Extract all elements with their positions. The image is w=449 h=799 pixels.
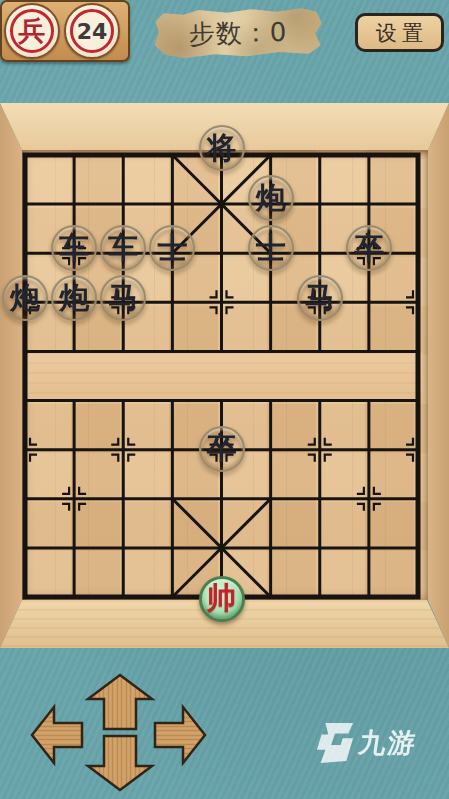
9game-watermark: 九游 (314, 720, 417, 766)
piece-char: 士 (256, 228, 286, 269)
level-badge-plaque: 兵 24 (0, 0, 130, 62)
board-surface (22, 150, 428, 600)
piece-char: 马 (108, 278, 138, 319)
direction-pad (25, 670, 210, 795)
level-count-disc: 24 (64, 3, 120, 59)
piece-炮[interactable]: 炮 (248, 175, 294, 221)
piece-char: 卒 (354, 228, 384, 269)
board-grid (22, 150, 428, 600)
9game-logo-text: 九游 (356, 725, 419, 761)
piece-char: 将 (207, 128, 237, 169)
arrow-left-button[interactable] (32, 707, 82, 763)
arrow-up-button[interactable] (88, 675, 152, 729)
piece-帅[interactable]: 帅 (199, 576, 245, 622)
game-screen: 兵 24 步数：0 设置 将炮车车士士卒炮炮马马卒帅 (0, 0, 449, 799)
arrow-down-button[interactable] (88, 736, 152, 790)
piece-将[interactable]: 将 (199, 125, 245, 171)
settings-button[interactable]: 设置 (355, 13, 444, 52)
piece-卒[interactable]: 卒 (199, 426, 245, 472)
piece-char: 炮 (59, 278, 89, 319)
piece-char: 炮 (256, 178, 286, 219)
piece-char: 车 (59, 228, 89, 269)
red-ring: 兵 (10, 9, 54, 53)
level-piece-char: 兵 (19, 13, 46, 49)
piece-char: 炮 (10, 278, 40, 319)
arrow-right-button[interactable] (155, 707, 205, 763)
piece-char: 马 (305, 278, 335, 319)
steps-label: 步数： (188, 17, 270, 49)
piece-char: 帅 (207, 578, 237, 619)
piece-char: 车 (108, 228, 138, 269)
piece-卒[interactable]: 卒 (346, 225, 392, 271)
level-count: 24 (77, 19, 108, 44)
steps-counter: 步数：0 (153, 7, 322, 59)
9game-logo-icon (314, 721, 354, 765)
level-piece-disc: 兵 (4, 3, 60, 59)
piece-士[interactable]: 士 (248, 225, 294, 271)
steps-value: 0 (269, 16, 287, 46)
piece-char: 卒 (207, 428, 237, 469)
piece-炮[interactable]: 炮 (2, 275, 48, 321)
board-frame-right (428, 103, 449, 648)
red-ring: 24 (70, 9, 114, 53)
xiangqi-board (0, 103, 449, 648)
settings-label: 设置 (376, 19, 428, 47)
piece-马[interactable]: 马 (297, 275, 343, 321)
board-frame-left (0, 103, 22, 648)
piece-char: 士 (157, 228, 187, 269)
